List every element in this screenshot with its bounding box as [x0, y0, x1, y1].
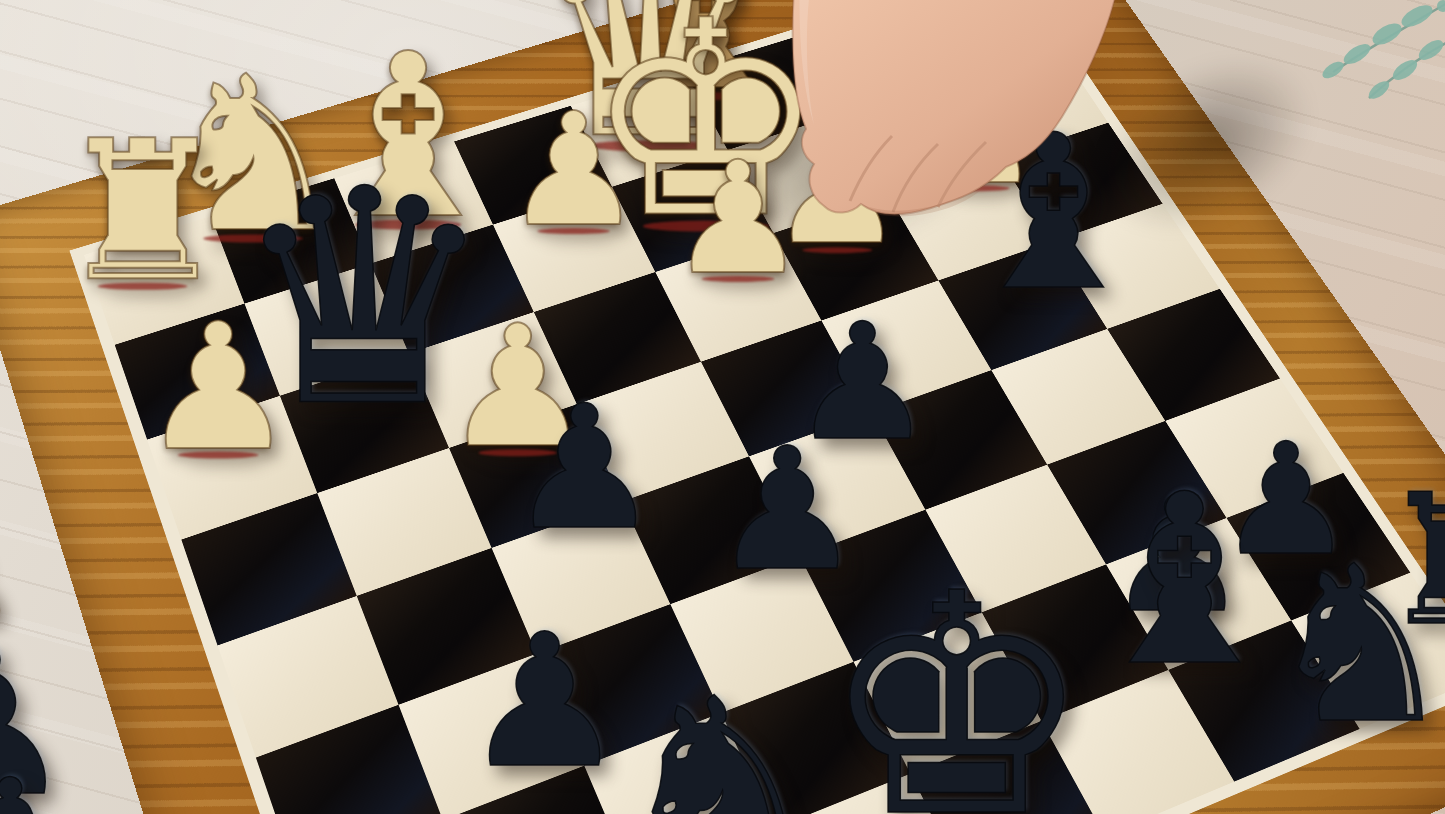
photo-scene: ♜♞♝♛♝♞♜♚♟♟♟♟♟♟♛♟♝♟♟♟♞♟♟♟♜♞♝♚♜ ♟♟♟ [0, 0, 1445, 814]
player-hand [740, 0, 1380, 505]
white-rook-h1[interactable]: ♜ [56, 114, 229, 307]
black-king-d8[interactable]: ♚ [820, 554, 1093, 814]
hand-silhouette [793, 0, 1120, 214]
black-pawn-g7[interactable]: ♟ [462, 609, 627, 793]
black-pawn-f5[interactable]: ♟ [508, 382, 661, 553]
black-knight-b8[interactable]: ♞ [1264, 538, 1445, 754]
black-knight-f7[interactable]: ♞ [613, 665, 831, 814]
white-pawn-e2[interactable]: ♟ [504, 92, 644, 248]
